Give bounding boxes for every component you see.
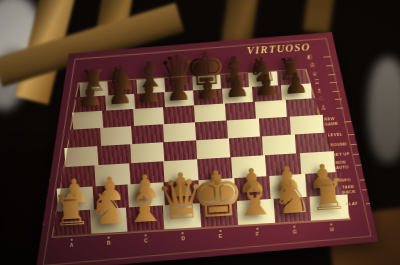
rank-label-2: 2 [44, 197, 47, 203]
button-piece-queen[interactable]: ♕ [312, 71, 318, 78]
chair-slat [303, 0, 335, 34]
button-piece-knight[interactable]: ♘ [318, 96, 324, 103]
button-piece-pawn[interactable]: ♙ [320, 104, 326, 111]
piece-black-pawn[interactable]: ♟ [282, 69, 310, 99]
file-label-g: G [293, 228, 297, 234]
photo-scene: ABCDEFGH87654321 VIRTUOSO ◧♔♕♖♗♘♙NEW GAM… [0, 0, 400, 265]
square-h4[interactable] [295, 132, 330, 154]
piece-white-rook[interactable]: ♜ [51, 189, 91, 233]
file-label-b: B [107, 240, 111, 246]
rank-label-5: 5 [52, 136, 55, 142]
button-sensor-mark[interactable] [360, 179, 367, 180]
piece-black-pawn[interactable]: ♟ [223, 72, 251, 102]
rank-label-7: 7 [56, 103, 59, 109]
piece-black-pawn[interactable]: ♟ [194, 74, 222, 104]
piece-black-pawn[interactable]: ♟ [106, 79, 134, 109]
led-hole [256, 227, 258, 229]
piece-black-pawn[interactable]: ♟ [253, 71, 281, 101]
file-label-d: D [181, 235, 185, 241]
piece-white-knight[interactable]: ♞ [270, 172, 314, 220]
button-level[interactable]: LEVEL [328, 132, 343, 138]
square-g4[interactable] [262, 134, 297, 156]
square-c4[interactable] [130, 142, 165, 164]
file-label-h: H [330, 226, 334, 232]
button-sensor-mark[interactable] [356, 164, 363, 165]
led-hole [107, 236, 109, 238]
button-sensor-mark[interactable] [366, 203, 373, 204]
chess-computer: ABCDEFGH87654321 VIRTUOSO ◧♔♕♖♗♘♙NEW GAM… [14, 30, 387, 265]
file-label-e: E [219, 233, 223, 239]
rank-label-4: 4 [49, 155, 52, 161]
led-hole [70, 238, 72, 240]
button-new-game[interactable]: NEW GAME [324, 117, 338, 127]
button-color-select[interactable]: ◧ [307, 55, 312, 61]
square-e4[interactable] [196, 138, 231, 160]
button-piece-rook[interactable]: ♖ [314, 79, 320, 86]
button-sound[interactable]: SOUND [330, 142, 347, 148]
square-b4[interactable] [97, 144, 132, 166]
piece-black-pawn[interactable]: ♟ [165, 76, 193, 106]
rank-label-6: 6 [54, 119, 57, 125]
file-label-c: C [144, 237, 148, 243]
rank-label-8: 8 [57, 88, 60, 94]
led-hole [331, 223, 333, 225]
file-label-a: A [70, 242, 74, 248]
led-hole [182, 232, 184, 234]
piece-white-rook[interactable]: ♜ [308, 174, 348, 218]
led-hole [293, 225, 295, 227]
piece-black-pawn[interactable]: ♟ [76, 81, 104, 111]
button-piece-king[interactable]: ♔ [309, 63, 315, 70]
square-a4[interactable] [64, 146, 99, 168]
rank-label-1: 1 [42, 221, 45, 227]
rank-label-3: 3 [47, 176, 50, 182]
square-d4[interactable] [163, 140, 198, 162]
square-f4[interactable] [229, 136, 264, 158]
piece-black-pawn[interactable]: ♟ [135, 78, 163, 108]
file-label-f: F [256, 231, 259, 237]
button-piece-bishop[interactable]: ♗ [316, 88, 322, 95]
button-sensor-mark[interactable] [362, 189, 369, 190]
